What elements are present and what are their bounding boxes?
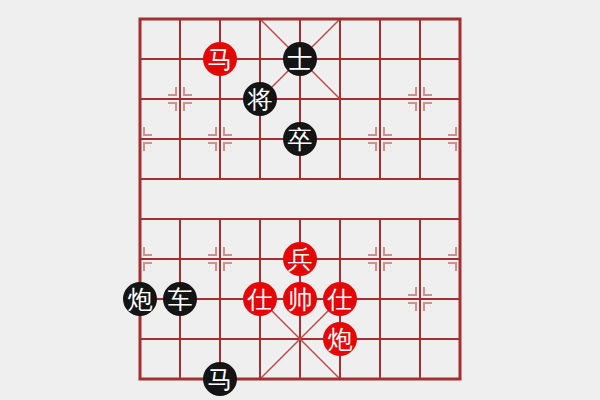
piece-red-advisor-left[interactable]: 仕 [243,282,277,316]
piece-black-general[interactable]: 将 [243,82,277,116]
piece-black-advisor[interactable]: 士 [283,42,317,76]
piece-red-advisor-right[interactable]: 仕 [323,282,357,316]
piece-red-general[interactable]: 帅 [283,282,317,316]
piece-black-chariot[interactable]: 车 [163,282,197,316]
piece-red-cannon[interactable]: 炮 [323,322,357,356]
piece-black-soldier[interactable]: 卒 [283,122,317,156]
piece-red-soldier[interactable]: 兵 [283,242,317,276]
piece-red-horse[interactable]: 马 [203,42,237,76]
board-intersection-grid[interactable]: 马士将卒兵炮车仕帅仕炮马 [120,0,480,399]
piece-black-horse[interactable]: 马 [203,362,237,396]
xiangqi-board: 马士将卒兵炮车仕帅仕炮马 [0,0,600,400]
piece-black-cannon[interactable]: 炮 [123,282,157,316]
